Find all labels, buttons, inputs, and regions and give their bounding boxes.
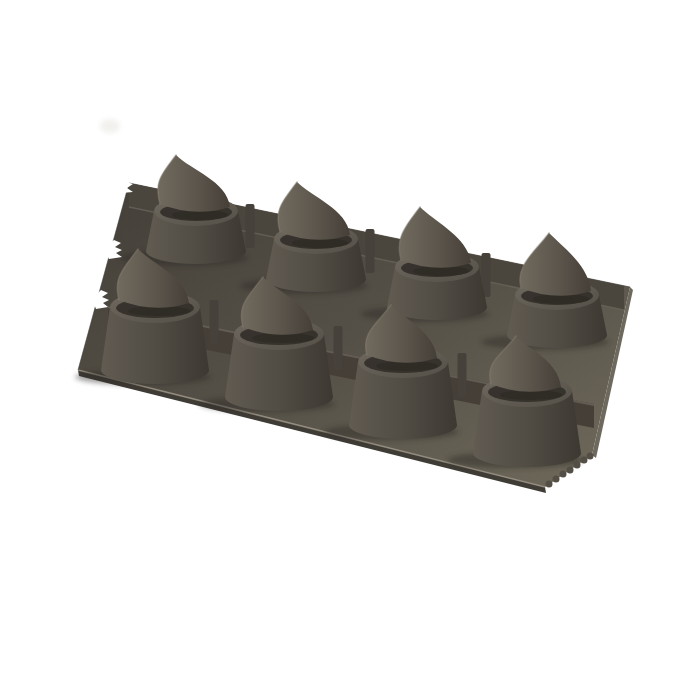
product-photo-canvas	[0, 0, 700, 700]
connector-wall	[334, 326, 343, 370]
shark-fin-ice-tray-photo	[0, 0, 700, 700]
background-smudge	[100, 119, 120, 133]
serration-tooth	[567, 467, 574, 474]
serration-tooth	[581, 457, 588, 464]
connector-wall	[458, 353, 467, 397]
serration-tooth	[553, 476, 560, 483]
connector-wall	[246, 204, 255, 248]
serration-tooth	[560, 471, 567, 478]
serration-tooth	[574, 462, 581, 469]
serration-tooth	[587, 453, 594, 460]
connector-wall	[366, 229, 375, 273]
serration-tooth	[546, 481, 553, 488]
connector-wall	[210, 300, 219, 344]
